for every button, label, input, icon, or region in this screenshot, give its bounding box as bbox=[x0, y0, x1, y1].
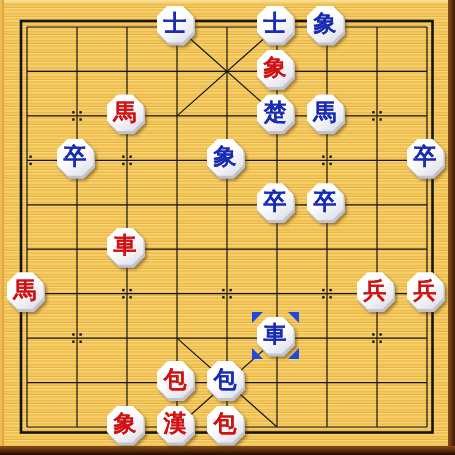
piece-han-cannon[interactable]: 包 bbox=[157, 361, 194, 398]
piece-glyph: 包 bbox=[157, 361, 194, 397]
piece-cho-soldier[interactable]: 卒 bbox=[257, 183, 294, 220]
piece-cho-guard[interactable]: 士 bbox=[257, 6, 294, 43]
piece-glyph: 士 bbox=[257, 6, 294, 42]
piece-han-horse[interactable]: 馬 bbox=[7, 272, 44, 309]
piece-glyph: 象 bbox=[307, 6, 344, 42]
piece-glyph: 兵 bbox=[407, 272, 444, 308]
piece-glyph: 包 bbox=[207, 406, 244, 442]
janggi-board-window: 士士象象馬楚馬卒象卒卒卒車馬兵兵車包包象漢包 bbox=[0, 0, 455, 455]
piece-cho-soldier[interactable]: 卒 bbox=[407, 139, 444, 176]
piece-glyph: 卒 bbox=[407, 139, 444, 175]
piece-han-general[interactable]: 漢 bbox=[157, 406, 194, 443]
piece-glyph: 包 bbox=[207, 361, 244, 397]
piece-glyph: 卒 bbox=[257, 183, 294, 219]
piece-glyph: 象 bbox=[107, 406, 144, 442]
piece-han-soldier[interactable]: 兵 bbox=[357, 272, 394, 309]
piece-glyph: 車 bbox=[107, 228, 144, 264]
piece-glyph: 楚 bbox=[257, 94, 294, 130]
piece-han-cannon[interactable]: 包 bbox=[207, 406, 244, 443]
piece-glyph: 兵 bbox=[357, 272, 394, 308]
janggi-board[interactable]: 士士象象馬楚馬卒象卒卒卒車馬兵兵車包包象漢包 bbox=[0, 0, 455, 455]
piece-glyph: 士 bbox=[157, 6, 194, 42]
piece-glyph: 漢 bbox=[157, 406, 194, 442]
piece-glyph: 卒 bbox=[57, 139, 94, 175]
piece-han-elephant[interactable]: 象 bbox=[257, 50, 294, 87]
piece-cho-soldier[interactable]: 卒 bbox=[307, 183, 344, 220]
piece-han-horse[interactable]: 馬 bbox=[107, 94, 144, 131]
piece-han-chariot[interactable]: 車 bbox=[107, 228, 144, 265]
piece-glyph: 車 bbox=[257, 317, 294, 353]
piece-cho-horse[interactable]: 馬 bbox=[307, 94, 344, 131]
piece-glyph: 馬 bbox=[7, 272, 44, 308]
piece-glyph: 象 bbox=[257, 50, 294, 86]
piece-cho-soldier[interactable]: 卒 bbox=[57, 139, 94, 176]
piece-glyph: 馬 bbox=[107, 94, 144, 130]
piece-cho-elephant[interactable]: 象 bbox=[307, 6, 344, 43]
piece-cho-general[interactable]: 楚 bbox=[257, 94, 294, 131]
piece-han-soldier[interactable]: 兵 bbox=[407, 272, 444, 309]
piece-cho-guard[interactable]: 士 bbox=[157, 6, 194, 43]
piece-cho-chariot[interactable]: 車 bbox=[257, 317, 294, 354]
piece-cho-elephant[interactable]: 象 bbox=[207, 139, 244, 176]
piece-han-elephant[interactable]: 象 bbox=[107, 406, 144, 443]
piece-cho-cannon[interactable]: 包 bbox=[207, 361, 244, 398]
piece-glyph: 卒 bbox=[307, 183, 344, 219]
piece-glyph: 馬 bbox=[307, 94, 344, 130]
piece-glyph: 象 bbox=[207, 139, 244, 175]
